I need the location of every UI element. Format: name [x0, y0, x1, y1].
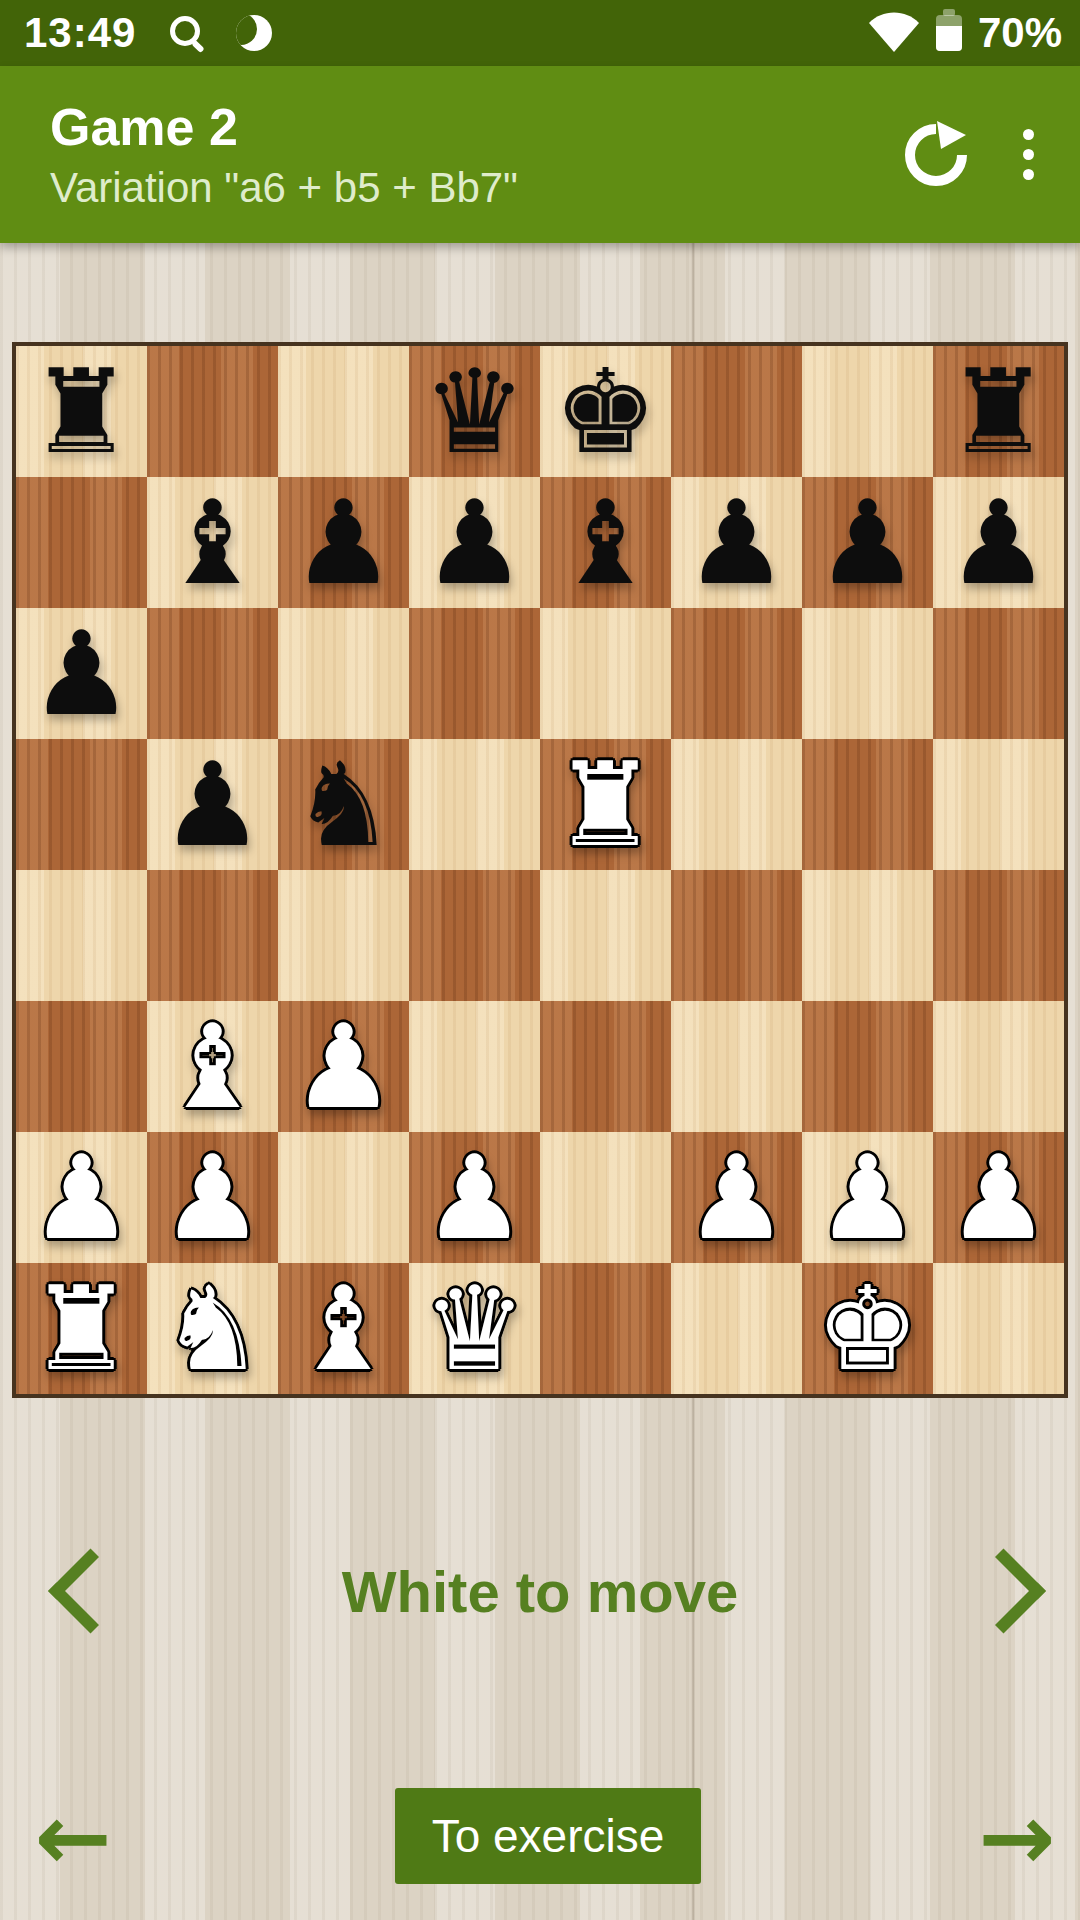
white-rook: ♜	[30, 1271, 134, 1387]
app-bar: Game 2 Variation "a6 + b5 + Bb7"	[0, 66, 1080, 243]
black-queen: ♛	[423, 354, 527, 470]
square-d5[interactable]	[409, 739, 540, 870]
white-bishop: ♝	[292, 1271, 396, 1387]
square-b1[interactable]: ♞	[147, 1263, 278, 1394]
square-f5[interactable]	[671, 739, 802, 870]
square-g2[interactable]: ♟	[802, 1132, 933, 1263]
back-arrow-button[interactable]: ←	[18, 1782, 128, 1892]
square-e3[interactable]	[540, 1001, 671, 1132]
square-a6[interactable]: ♟	[16, 608, 147, 739]
square-b4[interactable]	[147, 870, 278, 1001]
black-pawn: ♟	[292, 485, 396, 601]
black-pawn: ♟	[816, 485, 920, 601]
battery-percent: 70%	[978, 9, 1062, 57]
square-c3[interactable]: ♟	[278, 1001, 409, 1132]
move-status-row: White to move	[0, 1548, 1080, 1634]
refresh-button[interactable]	[888, 66, 984, 243]
black-knight: ♞	[292, 747, 396, 863]
square-e2[interactable]	[540, 1132, 671, 1263]
black-rook: ♜	[947, 354, 1051, 470]
square-f3[interactable]	[671, 1001, 802, 1132]
square-a7[interactable]	[16, 477, 147, 608]
next-move-button[interactable]	[982, 1552, 1042, 1630]
square-c5[interactable]: ♞	[278, 739, 409, 870]
square-h2[interactable]: ♟	[933, 1132, 1064, 1263]
black-pawn: ♟	[685, 485, 789, 601]
square-c4[interactable]	[278, 870, 409, 1001]
arrow-right-icon: →	[978, 1784, 1055, 1891]
square-e4[interactable]	[540, 870, 671, 1001]
square-a1[interactable]: ♜	[16, 1263, 147, 1394]
white-king: ♚	[816, 1271, 920, 1387]
refresh-icon	[902, 121, 970, 189]
black-pawn: ♟	[30, 616, 134, 732]
square-h4[interactable]	[933, 870, 1064, 1001]
square-b7[interactable]: ♝	[147, 477, 278, 608]
square-f4[interactable]	[671, 870, 802, 1001]
battery-icon	[936, 15, 962, 51]
square-f6[interactable]	[671, 608, 802, 739]
square-d1[interactable]: ♛	[409, 1263, 540, 1394]
chess-board[interactable]: ♜♛♚♜♝♟♟♝♟♟♟♟♟♞♜♝♟♟♟♟♟♟♟♜♞♝♛♚	[12, 342, 1068, 1398]
square-h8[interactable]: ♜	[933, 346, 1064, 477]
square-f7[interactable]: ♟	[671, 477, 802, 608]
black-bishop: ♝	[161, 485, 265, 601]
square-c1[interactable]: ♝	[278, 1263, 409, 1394]
square-d4[interactable]	[409, 870, 540, 1001]
app-screen: 13:49 70% Game 2 Variation "a6 + b5 + Bb…	[0, 0, 1080, 1920]
white-queen: ♛	[423, 1271, 527, 1387]
square-b2[interactable]: ♟	[147, 1132, 278, 1263]
square-d3[interactable]	[409, 1001, 540, 1132]
white-pawn: ♟	[816, 1140, 920, 1256]
do-not-disturb-moon-icon	[236, 15, 272, 51]
square-e6[interactable]	[540, 608, 671, 739]
square-g4[interactable]	[802, 870, 933, 1001]
square-f8[interactable]	[671, 346, 802, 477]
square-e5[interactable]: ♜	[540, 739, 671, 870]
black-pawn: ♟	[947, 485, 1051, 601]
square-d8[interactable]: ♛	[409, 346, 540, 477]
square-b5[interactable]: ♟	[147, 739, 278, 870]
square-h3[interactable]	[933, 1001, 1064, 1132]
square-g1[interactable]: ♚	[802, 1263, 933, 1394]
square-f2[interactable]: ♟	[671, 1132, 802, 1263]
square-b8[interactable]	[147, 346, 278, 477]
wifi-icon	[868, 12, 920, 54]
black-king: ♚	[554, 354, 658, 470]
arrow-left-icon: ←	[34, 1784, 111, 1891]
square-h7[interactable]: ♟	[933, 477, 1064, 608]
white-bishop: ♝	[161, 1009, 265, 1125]
square-a5[interactable]	[16, 739, 147, 870]
square-h1[interactable]	[933, 1263, 1064, 1394]
white-pawn: ♟	[947, 1140, 1051, 1256]
white-knight: ♞	[161, 1271, 265, 1387]
square-d6[interactable]	[409, 608, 540, 739]
square-c6[interactable]	[278, 608, 409, 739]
square-c7[interactable]: ♟	[278, 477, 409, 608]
square-a3[interactable]	[16, 1001, 147, 1132]
to-exercise-button[interactable]: To exercise	[395, 1788, 701, 1884]
square-a4[interactable]	[16, 870, 147, 1001]
square-f1[interactable]	[671, 1263, 802, 1394]
black-bishop: ♝	[554, 485, 658, 601]
square-e7[interactable]: ♝	[540, 477, 671, 608]
white-pawn: ♟	[30, 1140, 134, 1256]
square-e8[interactable]: ♚	[540, 346, 671, 477]
square-g8[interactable]	[802, 346, 933, 477]
overflow-menu-button[interactable]	[984, 66, 1080, 243]
square-g5[interactable]	[802, 739, 933, 870]
app-bar-actions	[888, 66, 1080, 243]
square-g7[interactable]: ♟	[802, 477, 933, 608]
square-a8[interactable]: ♜	[16, 346, 147, 477]
white-rook: ♜	[554, 747, 658, 863]
square-d7[interactable]: ♟	[409, 477, 540, 608]
overflow-menu-icon	[1023, 129, 1034, 180]
side-to-move-label: White to move	[342, 1558, 738, 1625]
square-c2[interactable]	[278, 1132, 409, 1263]
black-rook: ♜	[30, 354, 134, 470]
square-a2[interactable]: ♟	[16, 1132, 147, 1263]
square-c8[interactable]	[278, 346, 409, 477]
search-icon	[168, 13, 208, 53]
status-bar: 13:49 70%	[0, 0, 1080, 66]
clock: 13:49	[24, 9, 136, 57]
white-pawn: ♟	[161, 1140, 265, 1256]
white-pawn: ♟	[685, 1140, 789, 1256]
square-b6[interactable]	[147, 608, 278, 739]
status-bar-right: 70%	[868, 0, 1062, 66]
square-g6[interactable]	[802, 608, 933, 739]
square-b3[interactable]: ♝	[147, 1001, 278, 1132]
square-h5[interactable]	[933, 739, 1064, 870]
black-pawn: ♟	[161, 747, 265, 863]
black-pawn: ♟	[423, 485, 527, 601]
square-d2[interactable]: ♟	[409, 1132, 540, 1263]
white-pawn: ♟	[423, 1140, 527, 1256]
white-pawn: ♟	[292, 1009, 396, 1125]
square-e1[interactable]	[540, 1263, 671, 1394]
square-h6[interactable]	[933, 608, 1064, 739]
forward-arrow-button[interactable]: →	[962, 1782, 1072, 1892]
square-g3[interactable]	[802, 1001, 933, 1132]
